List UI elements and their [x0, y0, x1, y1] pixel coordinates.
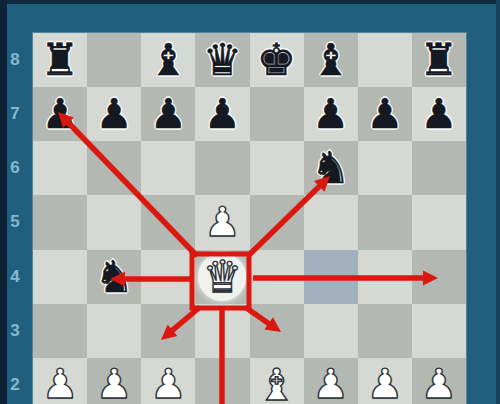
chess-diagram-canvas: 8765432 ♜♝♛♚♝♜♟♟♟♟♟♟♟♞♟♞♛♟♟♟♝♟♟♟ — [0, 0, 500, 404]
square-e4[interactable] — [250, 250, 304, 304]
black-king[interactable]: ♚ — [257, 38, 296, 82]
square-d6[interactable] — [195, 141, 249, 195]
square-g4[interactable] — [358, 250, 412, 304]
square-f6[interactable]: ♞ — [304, 141, 358, 195]
white-pawn[interactable]: ♟ — [312, 364, 349, 404]
white-pawn[interactable]: ♟ — [366, 364, 403, 404]
white-pawn[interactable]: ♟ — [42, 364, 79, 404]
black-knight[interactable]: ♞ — [94, 255, 133, 299]
square-c5[interactable] — [141, 195, 195, 249]
rank-label-2: 2 — [5, 375, 25, 395]
square-d4[interactable]: ♛ — [195, 250, 249, 304]
square-h7[interactable]: ♟ — [412, 87, 466, 141]
square-a8[interactable]: ♜ — [33, 33, 87, 87]
rank-label-5: 5 — [5, 212, 25, 232]
square-b6[interactable] — [87, 141, 141, 195]
square-a3[interactable] — [33, 304, 87, 358]
square-g8[interactable] — [358, 33, 412, 87]
square-g2[interactable]: ♟ — [358, 358, 412, 404]
square-f3[interactable] — [304, 304, 358, 358]
black-rook[interactable]: ♜ — [40, 38, 79, 82]
window-edge-top — [0, 0, 500, 4]
square-e7[interactable] — [250, 87, 304, 141]
square-a2[interactable]: ♟ — [33, 358, 87, 404]
square-a5[interactable] — [33, 195, 87, 249]
square-e8[interactable]: ♚ — [250, 33, 304, 87]
square-d5[interactable]: ♟ — [195, 195, 249, 249]
square-f8[interactable]: ♝ — [304, 33, 358, 87]
white-pawn[interactable]: ♟ — [150, 364, 187, 404]
square-b2[interactable]: ♟ — [87, 358, 141, 404]
square-b5[interactable] — [87, 195, 141, 249]
square-f4[interactable] — [304, 250, 358, 304]
square-c6[interactable] — [141, 141, 195, 195]
square-a7[interactable]: ♟ — [33, 87, 87, 141]
square-d3[interactable] — [195, 304, 249, 358]
square-h4[interactable] — [412, 250, 466, 304]
square-a4[interactable] — [33, 250, 87, 304]
square-h6[interactable] — [412, 141, 466, 195]
black-pawn[interactable]: ♟ — [204, 94, 241, 135]
square-d2[interactable] — [195, 358, 249, 404]
square-c7[interactable]: ♟ — [141, 87, 195, 141]
square-b3[interactable] — [87, 304, 141, 358]
chess-board[interactable]: ♜♝♛♚♝♜♟♟♟♟♟♟♟♞♟♞♛♟♟♟♝♟♟♟ — [33, 33, 466, 404]
square-h8[interactable]: ♜ — [412, 33, 466, 87]
rank-label-4: 4 — [5, 267, 25, 287]
square-f5[interactable] — [304, 195, 358, 249]
square-e6[interactable] — [250, 141, 304, 195]
black-knight[interactable]: ♞ — [311, 146, 350, 190]
square-g3[interactable] — [358, 304, 412, 358]
square-e5[interactable] — [250, 195, 304, 249]
black-bishop[interactable]: ♝ — [149, 38, 188, 82]
square-c3[interactable] — [141, 304, 195, 358]
square-g7[interactable]: ♟ — [358, 87, 412, 141]
square-d7[interactable]: ♟ — [195, 87, 249, 141]
square-c2[interactable]: ♟ — [141, 358, 195, 404]
square-c4[interactable] — [141, 250, 195, 304]
rank-label-7: 7 — [5, 104, 25, 124]
rank-label-3: 3 — [5, 321, 25, 341]
white-pawn[interactable]: ♟ — [96, 364, 133, 404]
square-d8[interactable]: ♛ — [195, 33, 249, 87]
square-b4[interactable]: ♞ — [87, 250, 141, 304]
white-bishop[interactable]: ♝ — [257, 363, 296, 404]
black-pawn[interactable]: ♟ — [42, 94, 79, 135]
window-edge-right — [496, 0, 500, 404]
black-pawn[interactable]: ♟ — [150, 94, 187, 135]
square-h5[interactable] — [412, 195, 466, 249]
rank-label-6: 6 — [5, 158, 25, 178]
square-h2[interactable]: ♟ — [412, 358, 466, 404]
square-b7[interactable]: ♟ — [87, 87, 141, 141]
black-rook[interactable]: ♜ — [419, 38, 458, 82]
square-b8[interactable] — [87, 33, 141, 87]
black-pawn[interactable]: ♟ — [421, 94, 458, 135]
white-pawn[interactable]: ♟ — [204, 202, 241, 243]
square-e3[interactable] — [250, 304, 304, 358]
rank-label-8: 8 — [5, 50, 25, 70]
square-h3[interactable] — [412, 304, 466, 358]
square-f2[interactable]: ♟ — [304, 358, 358, 404]
square-f7[interactable]: ♟ — [304, 87, 358, 141]
black-queen[interactable]: ♛ — [203, 38, 242, 82]
square-a6[interactable] — [33, 141, 87, 195]
white-pawn[interactable]: ♟ — [421, 364, 458, 404]
square-c8[interactable]: ♝ — [141, 33, 195, 87]
black-pawn[interactable]: ♟ — [96, 94, 133, 135]
black-pawn[interactable]: ♟ — [366, 94, 403, 135]
square-g6[interactable] — [358, 141, 412, 195]
black-bishop[interactable]: ♝ — [311, 38, 350, 82]
square-e2[interactable]: ♝ — [250, 358, 304, 404]
black-pawn[interactable]: ♟ — [312, 94, 349, 135]
white-queen[interactable]: ♛ — [203, 255, 242, 299]
square-g5[interactable] — [358, 195, 412, 249]
